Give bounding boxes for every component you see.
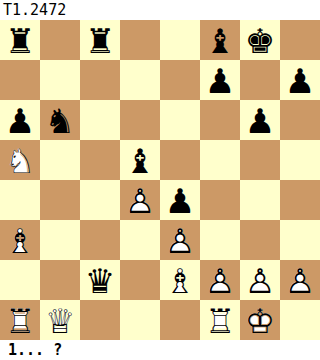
square-f4[interactable] xyxy=(200,180,240,220)
square-e4[interactable]: ♟ xyxy=(160,180,200,220)
square-h7[interactable]: ♟ xyxy=(280,60,320,100)
square-b7[interactable] xyxy=(40,60,80,100)
piece-outline: ♘ xyxy=(0,140,40,180)
square-d7[interactable] xyxy=(120,60,160,100)
square-e3[interactable]: ♟♙ xyxy=(160,220,200,260)
square-a1[interactable]: ♜♖ xyxy=(0,300,40,340)
piece-white-rook[interactable]: ♜♖ xyxy=(200,300,240,340)
square-c7[interactable] xyxy=(80,60,120,100)
piece-black-rook[interactable]: ♜ xyxy=(80,20,120,60)
square-c5[interactable] xyxy=(80,140,120,180)
square-f1[interactable]: ♜♖ xyxy=(200,300,240,340)
piece-white-knight[interactable]: ♞♘ xyxy=(0,140,40,180)
square-c4[interactable] xyxy=(80,180,120,220)
piece-outline: ♖ xyxy=(200,300,240,340)
puzzle-id: T1.2472 xyxy=(3,0,66,20)
square-c6[interactable] xyxy=(80,100,120,140)
piece-outline: ♙ xyxy=(240,260,280,300)
puzzle-window: T1.2472 ♜♜♝♚♟♟♟♞♟♞♘♝♟♙♟♝♗♟♙♛♝♗♟♙♟♙♟♙♜♖♛♕… xyxy=(0,0,320,360)
piece-white-king[interactable]: ♚♔ xyxy=(240,300,280,340)
piece-outline: ♔ xyxy=(240,300,280,340)
square-d4[interactable]: ♟♙ xyxy=(120,180,160,220)
square-a3[interactable]: ♝♗ xyxy=(0,220,40,260)
piece-white-bishop[interactable]: ♝♗ xyxy=(160,260,200,300)
square-a4[interactable] xyxy=(0,180,40,220)
square-a5[interactable]: ♞♘ xyxy=(0,140,40,180)
piece-white-pawn[interactable]: ♟♙ xyxy=(200,260,240,300)
square-g8[interactable]: ♚ xyxy=(240,20,280,60)
square-c8[interactable]: ♜ xyxy=(80,20,120,60)
move-prompt: 1... ? xyxy=(8,340,62,360)
square-b3[interactable] xyxy=(40,220,80,260)
piece-white-pawn[interactable]: ♟♙ xyxy=(240,260,280,300)
square-a2[interactable] xyxy=(0,260,40,300)
piece-black-rook[interactable]: ♜ xyxy=(0,20,40,60)
piece-black-knight[interactable]: ♞ xyxy=(40,100,80,140)
square-b4[interactable] xyxy=(40,180,80,220)
square-d6[interactable] xyxy=(120,100,160,140)
piece-black-bishop[interactable]: ♝ xyxy=(200,20,240,60)
square-c2[interactable]: ♛ xyxy=(80,260,120,300)
square-b1[interactable]: ♛♕ xyxy=(40,300,80,340)
piece-white-bishop[interactable]: ♝♗ xyxy=(0,220,40,260)
square-g1[interactable]: ♚♔ xyxy=(240,300,280,340)
piece-white-pawn[interactable]: ♟♙ xyxy=(160,220,200,260)
square-f3[interactable] xyxy=(200,220,240,260)
piece-black-bishop[interactable]: ♝ xyxy=(120,140,160,180)
piece-outline: ♖ xyxy=(0,300,40,340)
square-f8[interactable]: ♝ xyxy=(200,20,240,60)
square-d2[interactable] xyxy=(120,260,160,300)
square-f2[interactable]: ♟♙ xyxy=(200,260,240,300)
square-g6[interactable]: ♟ xyxy=(240,100,280,140)
square-f6[interactable] xyxy=(200,100,240,140)
square-c3[interactable] xyxy=(80,220,120,260)
square-b6[interactable]: ♞ xyxy=(40,100,80,140)
square-h1[interactable] xyxy=(280,300,320,340)
square-a6[interactable]: ♟ xyxy=(0,100,40,140)
piece-black-pawn[interactable]: ♟ xyxy=(280,60,320,100)
piece-outline: ♗ xyxy=(0,220,40,260)
square-h4[interactable] xyxy=(280,180,320,220)
square-f7[interactable]: ♟ xyxy=(200,60,240,100)
piece-black-pawn[interactable]: ♟ xyxy=(0,100,40,140)
piece-black-king[interactable]: ♚ xyxy=(240,20,280,60)
square-d3[interactable] xyxy=(120,220,160,260)
square-d8[interactable] xyxy=(120,20,160,60)
square-e6[interactable] xyxy=(160,100,200,140)
square-h2[interactable]: ♟♙ xyxy=(280,260,320,300)
square-f5[interactable] xyxy=(200,140,240,180)
piece-black-pawn[interactable]: ♟ xyxy=(240,100,280,140)
square-a8[interactable]: ♜ xyxy=(0,20,40,60)
square-h8[interactable] xyxy=(280,20,320,60)
square-c1[interactable] xyxy=(80,300,120,340)
square-e7[interactable] xyxy=(160,60,200,100)
square-g5[interactable] xyxy=(240,140,280,180)
piece-black-pawn[interactable]: ♟ xyxy=(200,60,240,100)
piece-outline: ♙ xyxy=(160,220,200,260)
square-d1[interactable] xyxy=(120,300,160,340)
square-e5[interactable] xyxy=(160,140,200,180)
piece-white-pawn[interactable]: ♟♙ xyxy=(280,260,320,300)
square-d5[interactable]: ♝ xyxy=(120,140,160,180)
square-h3[interactable] xyxy=(280,220,320,260)
piece-black-queen[interactable]: ♛ xyxy=(80,260,120,300)
piece-white-rook[interactable]: ♜♖ xyxy=(0,300,40,340)
square-g4[interactable] xyxy=(240,180,280,220)
square-h5[interactable] xyxy=(280,140,320,180)
square-h6[interactable] xyxy=(280,100,320,140)
square-b2[interactable] xyxy=(40,260,80,300)
square-a7[interactable] xyxy=(0,60,40,100)
piece-outline: ♗ xyxy=(160,260,200,300)
square-e2[interactable]: ♝♗ xyxy=(160,260,200,300)
chess-board: ♜♜♝♚♟♟♟♞♟♞♘♝♟♙♟♝♗♟♙♛♝♗♟♙♟♙♟♙♜♖♛♕♜♖♚♔ xyxy=(0,20,320,340)
piece-white-pawn[interactable]: ♟♙ xyxy=(120,180,160,220)
square-g3[interactable] xyxy=(240,220,280,260)
square-b8[interactable] xyxy=(40,20,80,60)
piece-black-pawn[interactable]: ♟ xyxy=(160,180,200,220)
piece-white-queen[interactable]: ♛♕ xyxy=(40,300,80,340)
square-g7[interactable] xyxy=(240,60,280,100)
piece-outline: ♙ xyxy=(120,180,160,220)
square-e1[interactable] xyxy=(160,300,200,340)
piece-outline: ♙ xyxy=(280,260,320,300)
piece-outline: ♙ xyxy=(200,260,240,300)
piece-outline: ♕ xyxy=(40,300,80,340)
square-b5[interactable] xyxy=(40,140,80,180)
square-g2[interactable]: ♟♙ xyxy=(240,260,280,300)
square-e8[interactable] xyxy=(160,20,200,60)
